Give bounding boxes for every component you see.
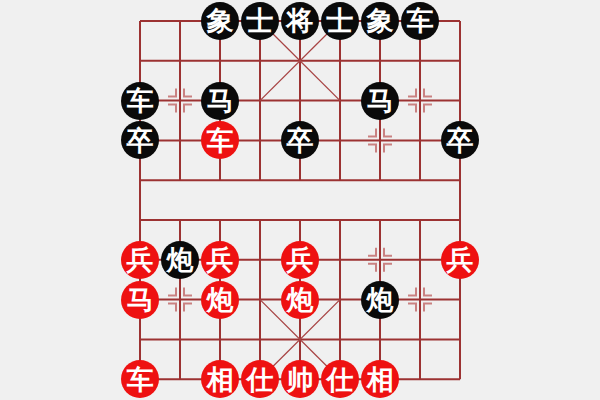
piece-red-兵[interactable]: 兵: [281, 241, 319, 279]
piece-red-相[interactable]: 相: [361, 360, 399, 398]
piece-red-相[interactable]: 相: [201, 360, 239, 398]
piece-black-卒[interactable]: 卒: [441, 121, 479, 159]
xiangqi-board: 象士将士象车车马马卒车卒卒兵炮兵兵兵马炮炮炮车相仕帅仕相: [0, 0, 600, 400]
piece-red-车[interactable]: 车: [121, 360, 159, 398]
piece-black-士[interactable]: 士: [241, 2, 279, 40]
piece-red-兵[interactable]: 兵: [441, 241, 479, 279]
piece-black-象[interactable]: 象: [201, 2, 239, 40]
piece-red-仕[interactable]: 仕: [321, 360, 359, 398]
piece-black-炮[interactable]: 炮: [361, 281, 399, 319]
piece-black-车[interactable]: 车: [121, 82, 159, 120]
piece-black-士[interactable]: 士: [321, 2, 359, 40]
piece-red-仕[interactable]: 仕: [241, 360, 279, 398]
piece-red-帅[interactable]: 帅: [281, 360, 319, 398]
piece-red-兵[interactable]: 兵: [201, 241, 239, 279]
piece-black-卒[interactable]: 卒: [121, 121, 159, 159]
piece-red-马[interactable]: 马: [121, 281, 159, 319]
pieces-grid: 象士将士象车车马马卒车卒卒兵炮兵兵兵马炮炮炮车相仕帅仕相: [120, 1, 480, 399]
piece-black-马[interactable]: 马: [201, 82, 239, 120]
piece-black-炮[interactable]: 炮: [161, 241, 199, 279]
piece-red-炮[interactable]: 炮: [201, 281, 239, 319]
piece-black-卒[interactable]: 卒: [281, 121, 319, 159]
piece-black-将[interactable]: 将: [281, 2, 319, 40]
piece-red-炮[interactable]: 炮: [281, 281, 319, 319]
piece-black-马[interactable]: 马: [361, 82, 399, 120]
piece-black-象[interactable]: 象: [361, 2, 399, 40]
piece-red-兵[interactable]: 兵: [121, 241, 159, 279]
piece-black-车[interactable]: 车: [401, 2, 439, 40]
piece-red-车[interactable]: 车: [201, 121, 239, 159]
